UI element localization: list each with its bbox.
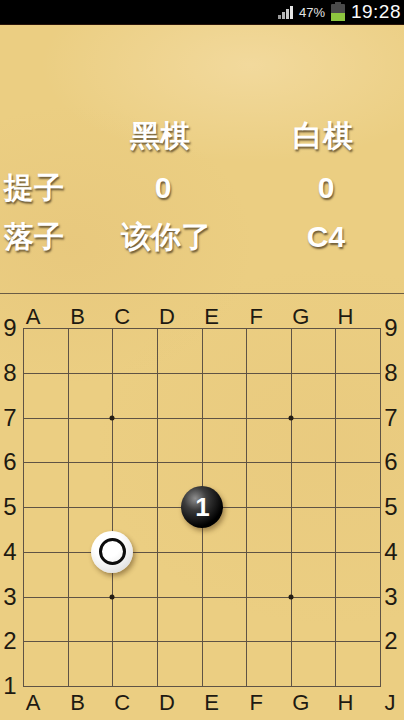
coord-label-bottom: B	[70, 690, 85, 716]
coord-label-left: 5	[3, 493, 16, 521]
coord-label-top: H	[337, 304, 353, 330]
star-point	[110, 594, 115, 599]
go-board[interactable]: 1 ABCDEFGHABCDEFGHJ98765432198765432	[0, 0, 404, 720]
grid-line	[246, 328, 247, 687]
coord-label-left: 1	[3, 672, 16, 700]
coord-label-right: 3	[384, 583, 397, 611]
coord-label-left: 3	[3, 583, 16, 611]
coord-label-left: 9	[3, 314, 16, 342]
coord-label-right: 5	[384, 493, 397, 521]
coord-label-right: 8	[384, 359, 397, 387]
coord-label-left: 7	[3, 404, 16, 432]
star-point	[288, 594, 293, 599]
star-point	[288, 415, 293, 420]
grid-line	[23, 552, 381, 553]
coord-label-top: A	[26, 304, 41, 330]
coord-label-right: 9	[384, 314, 397, 342]
coord-label-bottom: A	[26, 690, 41, 716]
coord-label-bottom: G	[292, 690, 309, 716]
stone-white	[91, 531, 133, 573]
app-screen: 47% 19:28 黑棋 白棋 提子 0 0 落子 该你了 C4 1 ABCDE…	[0, 0, 404, 720]
coord-label-bottom: J	[385, 690, 396, 716]
coord-label-top: B	[70, 304, 85, 330]
coord-label-left: 2	[3, 627, 16, 655]
grid-line	[380, 328, 381, 687]
coord-label-top: E	[204, 304, 219, 330]
stone-black: 1	[181, 486, 223, 528]
coord-label-left: 8	[3, 359, 16, 387]
board-grid[interactable]: 1	[23, 328, 381, 687]
coord-label-top: F	[249, 304, 262, 330]
coord-label-bottom: H	[337, 690, 353, 716]
coord-label-top: C	[114, 304, 130, 330]
coord-label-right: 7	[384, 404, 397, 432]
coord-label-right: 6	[384, 448, 397, 476]
coord-label-top: D	[159, 304, 175, 330]
coord-label-right: 2	[384, 627, 397, 655]
star-point	[110, 415, 115, 420]
coord-label-top: G	[292, 304, 309, 330]
coord-label-left: 4	[3, 538, 16, 566]
grid-line	[291, 328, 292, 687]
grid-line	[335, 328, 336, 687]
grid-line	[23, 686, 381, 687]
coord-label-bottom: E	[204, 690, 219, 716]
last-move-circle-marker	[99, 538, 126, 565]
coord-label-bottom: C	[114, 690, 130, 716]
coord-label-bottom: D	[159, 690, 175, 716]
coord-label-right: 4	[384, 538, 397, 566]
coord-label-left: 6	[3, 448, 16, 476]
grid-line	[23, 641, 381, 642]
move-number-label: 1	[193, 494, 209, 520]
grid-line	[23, 597, 381, 598]
coord-label-bottom: F	[249, 690, 262, 716]
